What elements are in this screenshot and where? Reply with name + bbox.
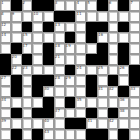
black-cell	[97, 43, 108, 54]
crossword-cell[interactable]	[108, 54, 119, 65]
crossword-cell[interactable]: 1	[0, 0, 11, 11]
crossword-cell[interactable]: 21	[54, 54, 65, 65]
crossword-cell[interactable]	[118, 118, 129, 129]
black-cell	[86, 108, 97, 119]
crossword-cell[interactable]	[129, 97, 140, 108]
crossword-cell[interactable]	[108, 129, 119, 140]
crossword-cell[interactable]: 22	[11, 65, 22, 76]
crossword-cell[interactable]	[129, 43, 140, 54]
black-cell	[129, 75, 140, 86]
black-cell	[11, 43, 22, 54]
crossword-cell[interactable]: 30	[43, 86, 54, 97]
black-cell	[43, 54, 54, 65]
crossword-cell[interactable]	[97, 97, 108, 108]
crossword-cell[interactable]	[32, 32, 43, 43]
crossword-cell[interactable]	[75, 75, 86, 86]
crossword-cell[interactable]	[75, 22, 86, 33]
crossword-cell[interactable]	[65, 129, 76, 140]
crossword-screenshot: 1234567891011121314151617181920212223242…	[0, 0, 140, 140]
clue-number: 42	[109, 118, 114, 123]
crossword-cell[interactable]	[0, 108, 11, 119]
crossword-cell[interactable]	[32, 97, 43, 108]
crossword-cell[interactable]	[118, 11, 129, 22]
crossword-cell[interactable]: 26	[118, 65, 129, 76]
crossword-cell[interactable]: 16	[97, 32, 108, 43]
crossword-cell[interactable]: 11	[75, 11, 86, 22]
crossword-cell[interactable]	[129, 129, 140, 140]
crossword-cell[interactable]: 38	[118, 108, 129, 119]
clue-number: 1	[1, 0, 4, 5]
black-cell	[11, 108, 22, 119]
clue-number: 11	[76, 11, 81, 16]
black-cell	[32, 86, 43, 97]
black-cell	[108, 75, 119, 86]
clue-number: 4	[76, 0, 79, 5]
clue-number: 25	[98, 65, 103, 70]
crossword-cell[interactable]	[22, 86, 33, 97]
crossword-cell[interactable]: 36	[118, 97, 129, 108]
clue-number: 24	[76, 65, 81, 70]
crossword-cell[interactable]: 40	[43, 118, 54, 129]
clue-number: 33	[130, 86, 135, 91]
black-cell	[32, 0, 43, 11]
black-cell	[65, 97, 76, 108]
black-cell	[43, 108, 54, 119]
crossword-cell[interactable]	[75, 32, 86, 43]
black-cell	[22, 22, 33, 33]
crossword-cell[interactable]	[108, 32, 119, 43]
crossword-cell[interactable]	[43, 32, 54, 43]
black-cell	[54, 11, 65, 22]
black-cell	[118, 22, 129, 33]
crossword-cell[interactable]: 37	[54, 108, 65, 119]
crossword-cell[interactable]	[43, 65, 54, 76]
black-cell	[86, 75, 97, 86]
clue-number: 3	[55, 0, 58, 5]
clue-number: 40	[44, 118, 49, 123]
crossword-cell[interactable]	[108, 22, 119, 33]
clue-number: 18	[55, 43, 60, 48]
black-cell	[32, 108, 43, 119]
crossword-cell[interactable]: 23	[22, 65, 33, 76]
clue-number: 13	[55, 22, 60, 27]
clue-number: 43	[44, 129, 49, 134]
clue-number: 20	[12, 54, 17, 59]
crossword-cell[interactable]	[86, 43, 97, 54]
clue-number: 31	[98, 86, 103, 91]
black-cell	[108, 108, 119, 119]
crossword-cell[interactable]	[97, 108, 108, 119]
black-cell	[86, 86, 97, 97]
crossword-cell[interactable]: 25	[97, 65, 108, 76]
crossword-cell[interactable]: 14	[0, 32, 11, 43]
black-cell	[118, 54, 129, 65]
crossword-cell[interactable]: 39	[0, 118, 11, 129]
crossword-cell[interactable]: 3	[54, 0, 65, 11]
crossword-cell[interactable]	[118, 32, 129, 43]
crossword-cell[interactable]: 17	[22, 43, 33, 54]
crossword-cell[interactable]	[22, 11, 33, 22]
crossword-cell[interactable]	[129, 22, 140, 33]
clue-number: 14	[1, 32, 6, 37]
black-cell	[11, 75, 22, 86]
black-cell	[65, 118, 76, 129]
crossword-cell[interactable]	[11, 32, 22, 43]
crossword-cell[interactable]: 10	[32, 11, 43, 22]
crossword-cell[interactable]: 27	[0, 75, 11, 86]
clue-number: 38	[119, 108, 124, 113]
clue-number: 35	[76, 97, 81, 102]
clue-number: 21	[55, 54, 60, 59]
crossword-cell[interactable]: 19	[65, 43, 76, 54]
crossword-cell[interactable]: 31	[97, 86, 108, 97]
black-cell	[43, 97, 54, 108]
black-cell	[65, 32, 76, 43]
clue-number: 41	[87, 118, 92, 123]
crossword-cell[interactable]	[65, 108, 76, 119]
black-cell	[129, 65, 140, 76]
crossword-cell[interactable]	[75, 86, 86, 97]
black-cell	[65, 65, 76, 76]
black-cell	[65, 11, 76, 22]
clue-number: 12	[1, 22, 6, 27]
crossword-cell[interactable]	[0, 43, 11, 54]
crossword-cell[interactable]	[97, 75, 108, 86]
crossword-cell[interactable]	[65, 0, 76, 11]
clue-number: 39	[1, 118, 6, 123]
crossword-cell[interactable]	[129, 32, 140, 43]
clue-number: 17	[23, 43, 28, 48]
crossword-cell[interactable]	[22, 108, 33, 119]
black-cell	[97, 54, 108, 65]
crossword-cell[interactable]	[129, 54, 140, 65]
clue-number: 37	[55, 108, 60, 113]
crossword-cell[interactable]: 18	[54, 43, 65, 54]
crossword-cell[interactable]	[86, 97, 97, 108]
black-cell	[118, 0, 129, 11]
clue-number: 10	[33, 11, 38, 16]
crossword-cell[interactable]: 7	[129, 0, 140, 11]
crossword-cell[interactable]	[54, 118, 65, 129]
crossword-cell[interactable]	[129, 108, 140, 119]
crossword-cell[interactable]	[11, 118, 22, 129]
crossword-cell[interactable]: 12	[0, 22, 11, 33]
crossword-cell[interactable]: 33	[129, 86, 140, 97]
black-cell	[97, 129, 108, 140]
black-cell	[97, 0, 108, 11]
clue-number: 15	[23, 32, 28, 37]
crossword-cell[interactable]	[129, 118, 140, 129]
clue-number: 16	[98, 32, 103, 37]
black-cell	[0, 54, 11, 65]
crossword-cell[interactable]	[75, 54, 86, 65]
black-cell	[86, 32, 97, 43]
black-cell	[43, 75, 54, 86]
crossword-cell[interactable]: 29	[65, 75, 76, 86]
clue-number: 29	[66, 75, 71, 80]
crossword-cell[interactable]	[108, 11, 119, 22]
black-cell	[86, 129, 97, 140]
clue-number: 7	[130, 0, 133, 5]
crossword-cell[interactable]	[86, 65, 97, 76]
crossword-cell[interactable]: 9	[11, 11, 22, 22]
crossword-cell[interactable]: 15	[22, 32, 33, 43]
crossword-cell[interactable]	[75, 129, 86, 140]
crossword-cell[interactable]: 34	[0, 97, 11, 108]
crossword-cell[interactable]: 41	[86, 118, 97, 129]
clue-number: 19	[66, 43, 71, 48]
black-cell	[0, 65, 11, 76]
clue-number: 30	[44, 86, 49, 91]
crossword-cell[interactable]	[65, 22, 76, 33]
crossword-cell[interactable]: 13	[54, 22, 65, 33]
crossword-cell[interactable]: 24	[75, 65, 86, 76]
crossword-cell[interactable]	[22, 129, 33, 140]
clue-number: 27	[1, 75, 6, 80]
clue-number: 28	[55, 75, 60, 80]
black-cell	[97, 22, 108, 33]
crossword-cell[interactable]	[22, 75, 33, 86]
crossword-cell[interactable]	[97, 11, 108, 22]
crossword-grid: 1234567891011121314151617181920212223242…	[0, 0, 140, 140]
black-cell	[118, 129, 129, 140]
clue-number: 34	[1, 97, 6, 102]
black-cell	[86, 22, 97, 33]
crossword-cell[interactable]	[75, 43, 86, 54]
crossword-cell[interactable]: 32	[108, 86, 119, 97]
crossword-cell[interactable]	[108, 65, 119, 76]
clue-number: 22	[12, 65, 17, 70]
crossword-cell[interactable]	[86, 11, 97, 22]
crossword-cell[interactable]: 4	[75, 0, 86, 11]
crossword-cell[interactable]: 43	[43, 129, 54, 140]
crossword-cell[interactable]	[22, 97, 33, 108]
crossword-cell[interactable]	[0, 129, 11, 140]
clue-number: 32	[109, 86, 114, 91]
black-cell	[32, 75, 43, 86]
crossword-cell[interactable]	[54, 32, 65, 43]
crossword-cell[interactable]	[32, 22, 43, 33]
crossword-cell[interactable]	[32, 43, 43, 54]
crossword-cell[interactable]	[43, 11, 54, 22]
crossword-cell[interactable]: 5	[86, 0, 97, 11]
black-cell	[118, 43, 129, 54]
black-cell	[118, 86, 129, 97]
clue-number: 36	[119, 97, 124, 102]
clue-number: 6	[109, 0, 112, 5]
crossword-cell[interactable]: 20	[11, 54, 22, 65]
clue-number: 2	[23, 0, 26, 5]
crossword-cell[interactable]	[32, 118, 43, 129]
black-cell	[43, 43, 54, 54]
crossword-cell[interactable]	[32, 54, 43, 65]
crossword-cell[interactable]: 35	[75, 97, 86, 108]
crossword-cell[interactable]	[11, 97, 22, 108]
crossword-cell[interactable]	[65, 54, 76, 65]
crossword-cell[interactable]	[118, 75, 129, 86]
crossword-cell[interactable]	[108, 43, 119, 54]
crossword-cell[interactable]	[22, 118, 33, 129]
crossword-cell[interactable]	[75, 108, 86, 119]
crossword-cell[interactable]	[65, 86, 76, 97]
clue-number: 5	[87, 0, 90, 5]
crossword-cell[interactable]	[129, 11, 140, 22]
crossword-cell[interactable]	[97, 118, 108, 129]
black-cell	[22, 54, 33, 65]
crossword-cell[interactable]: 6	[108, 0, 119, 11]
black-cell	[11, 86, 22, 97]
crossword-cell[interactable]	[0, 86, 11, 97]
crossword-cell[interactable]	[54, 86, 65, 97]
crossword-cell[interactable]: 8	[0, 11, 11, 22]
crossword-cell[interactable]: 2	[22, 0, 33, 11]
crossword-cell[interactable]	[54, 65, 65, 76]
crossword-cell[interactable]: 42	[108, 118, 119, 129]
black-cell	[86, 54, 97, 65]
clue-number: 8	[1, 11, 4, 16]
crossword-cell[interactable]	[54, 97, 65, 108]
black-cell	[32, 129, 43, 140]
crossword-cell[interactable]	[54, 129, 65, 140]
black-cell	[43, 0, 54, 11]
crossword-cell[interactable]	[11, 22, 22, 33]
crossword-cell[interactable]	[32, 65, 43, 76]
black-cell	[11, 0, 22, 11]
clue-number: 26	[119, 65, 124, 70]
crossword-cell[interactable]: 28	[54, 75, 65, 86]
black-cell	[75, 118, 86, 129]
crossword-cell[interactable]	[108, 97, 119, 108]
black-cell	[43, 22, 54, 33]
black-cell	[11, 129, 22, 140]
clue-number: 9	[12, 11, 15, 16]
clue-number: 23	[23, 65, 28, 70]
